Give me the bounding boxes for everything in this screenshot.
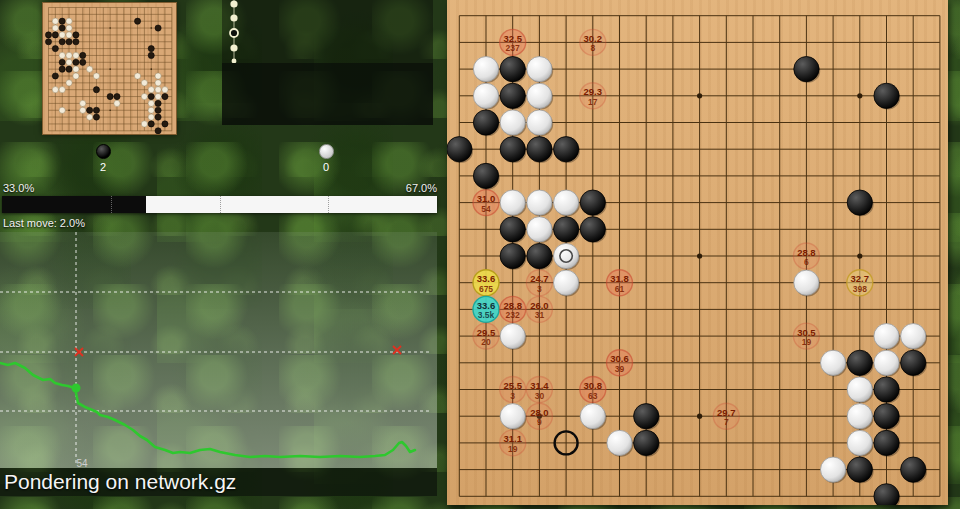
white-stone (821, 350, 847, 376)
black-stone (847, 190, 873, 216)
svg-text:3: 3 (510, 391, 515, 401)
svg-text:17: 17 (588, 97, 598, 107)
white-captures: 0 (306, 144, 346, 174)
svg-text:237: 237 (506, 43, 520, 53)
move-suggestion[interactable]: 30.519 (793, 323, 819, 349)
svg-text:7: 7 (724, 417, 729, 427)
white-stone (874, 324, 900, 350)
svg-text:29.7: 29.7 (717, 407, 736, 418)
svg-text:30.8: 30.8 (584, 380, 603, 391)
move-suggestion[interactable]: 32.7398 (847, 270, 873, 296)
white-stone (500, 190, 526, 216)
move-suggestion[interactable]: 29.317 (580, 83, 606, 109)
move-suggestion[interactable]: 24.73 (526, 270, 552, 296)
black-stone (473, 110, 499, 136)
black-stone (634, 404, 660, 430)
black-stone (500, 217, 526, 243)
move-suggestion[interactable]: 28.8232 (500, 296, 526, 322)
black-stone (527, 243, 553, 269)
svg-text:28.8: 28.8 (797, 247, 816, 258)
svg-text:28.0: 28.0 (530, 407, 549, 418)
winrate-bar (2, 196, 437, 213)
svg-text:33.6: 33.6 (477, 273, 496, 284)
winrate-tick (328, 196, 329, 213)
move-number-label: 54 (76, 458, 88, 468)
svg-text:232: 232 (506, 310, 520, 320)
move-suggestion[interactable]: 30.28 (580, 29, 606, 55)
black-stone (874, 404, 900, 430)
svg-text:19: 19 (802, 337, 812, 347)
move-suggestion[interactable]: 33.63.5k (473, 296, 499, 322)
black-stone (554, 137, 580, 163)
white-stone-icon (319, 144, 334, 159)
black-stone (500, 83, 526, 109)
go-board[interactable]: 32.523730.2829.31731.05428.8633.667524.7… (447, 0, 948, 505)
comment-panel (222, 63, 433, 125)
white-stone (527, 83, 553, 109)
svg-text:31.1: 31.1 (503, 433, 522, 444)
move-suggestion[interactable]: 26.031 (526, 296, 552, 322)
black-stone (634, 430, 660, 456)
white-stone (500, 404, 526, 430)
svg-text:30: 30 (535, 391, 545, 401)
black-stone (847, 350, 873, 376)
black-stone (500, 243, 526, 269)
svg-text:30.6: 30.6 (610, 353, 629, 364)
move-tree-node (230, 0, 237, 7)
move-tree-node (230, 44, 237, 51)
svg-text:39: 39 (615, 364, 625, 374)
black-stone (794, 57, 820, 83)
status-text: Pondering on network.gz (4, 470, 236, 493)
winrate-tick (220, 196, 221, 213)
red-x-marker (393, 346, 401, 354)
variation-preview-board (42, 2, 177, 135)
svg-text:398: 398 (853, 284, 867, 294)
winrate-graph-svg: 54 (0, 232, 437, 468)
svg-text:30.2: 30.2 (584, 33, 603, 44)
winrate-graph[interactable]: 54 (0, 232, 437, 468)
white-stone (554, 190, 580, 216)
white-stone (554, 243, 580, 269)
black-stone (874, 430, 900, 456)
white-stone (847, 430, 873, 456)
black-winrate-label: 33.0% (3, 182, 34, 194)
move-suggestion[interactable]: 30.639 (607, 350, 633, 376)
move-suggestion[interactable]: 31.430 (526, 377, 552, 403)
move-suggestion[interactable]: 29.520 (473, 323, 499, 349)
black-captures: 2 (83, 144, 123, 174)
black-stone (580, 217, 606, 243)
svg-text:31.8: 31.8 (610, 273, 629, 284)
winrate-tick (111, 196, 112, 213)
svg-text:26.0: 26.0 (530, 300, 549, 311)
white-capture-count: 0 (306, 161, 346, 174)
svg-text:29.3: 29.3 (584, 86, 603, 97)
white-winrate-label: 67.0% (406, 182, 437, 194)
svg-text:31.4: 31.4 (530, 380, 549, 391)
white-stone (527, 217, 553, 243)
app-window: 2 0 33.0% 67.0% Last move: 2.0% 54 Ponde… (0, 0, 960, 509)
last-move-delta-label: Last move: 2.0% (3, 217, 85, 229)
white-stone (473, 83, 499, 109)
svg-text:3: 3 (537, 284, 542, 294)
winrate-black-fill (2, 196, 146, 213)
move-suggestion[interactable]: 28.86 (793, 243, 819, 269)
black-stone (874, 377, 900, 403)
move-suggestion[interactable]: 31.119 (500, 430, 526, 456)
black-stone (527, 137, 553, 163)
white-stone (527, 57, 553, 83)
white-stone (527, 110, 553, 136)
svg-text:32.5: 32.5 (503, 33, 522, 44)
svg-text:19: 19 (508, 444, 518, 454)
move-suggestion[interactable]: 32.5237 (500, 29, 526, 55)
black-stone (554, 217, 580, 243)
black-stone (901, 350, 927, 376)
black-stone (500, 57, 526, 83)
move-suggestion[interactable]: 29.77 (713, 403, 739, 429)
black-stone (847, 457, 873, 483)
move-suggestion[interactable]: 31.861 (607, 270, 633, 296)
winrate-line (0, 363, 415, 457)
svg-text:33.6: 33.6 (477, 300, 496, 311)
move-tree-current-node (230, 29, 238, 37)
black-stone (500, 137, 526, 163)
white-stone (847, 404, 873, 430)
svg-text:32.7: 32.7 (851, 273, 870, 284)
black-stone-icon (96, 144, 111, 159)
white-stone (554, 270, 580, 296)
black-stone (874, 83, 900, 109)
svg-text:25.5: 25.5 (503, 380, 522, 391)
move-suggestion[interactable]: 28.09 (526, 403, 552, 429)
white-stone (527, 190, 553, 216)
svg-text:28.8: 28.8 (503, 300, 522, 311)
svg-text:63: 63 (588, 391, 598, 401)
white-stone (580, 404, 606, 430)
svg-text:30.5: 30.5 (797, 327, 816, 338)
white-stone (821, 457, 847, 483)
white-stone (607, 430, 633, 456)
svg-text:29.5: 29.5 (477, 327, 496, 338)
go-board-svg: 32.523730.2829.31731.05428.8633.667524.7… (447, 0, 948, 505)
svg-text:6: 6 (804, 257, 809, 267)
white-stone (794, 270, 820, 296)
svg-text:9: 9 (537, 417, 542, 427)
black-stone (447, 137, 473, 163)
move-tree-svg (222, 0, 433, 63)
white-stone (473, 57, 499, 83)
svg-text:61: 61 (615, 284, 625, 294)
move-tree-panel[interactable] (222, 0, 433, 63)
black-stone (473, 163, 499, 189)
white-stone (874, 350, 900, 376)
svg-text:20: 20 (481, 337, 491, 347)
variation-board-svg (43, 3, 176, 134)
svg-text:31.0: 31.0 (477, 193, 496, 204)
white-stone (500, 324, 526, 350)
white-stone (500, 110, 526, 136)
black-stone (580, 190, 606, 216)
svg-text:675: 675 (479, 284, 493, 294)
white-stone (847, 377, 873, 403)
black-stone (874, 484, 900, 505)
svg-text:8: 8 (590, 43, 595, 53)
status-bar: Pondering on network.gz (0, 468, 437, 496)
black-stone (901, 457, 927, 483)
current-move-dot (72, 384, 81, 393)
svg-text:24.7: 24.7 (530, 273, 549, 284)
move-tree-node (230, 14, 237, 21)
svg-text:54: 54 (481, 204, 491, 214)
move-suggestion[interactable]: 25.53 (500, 377, 526, 403)
white-stone (901, 324, 927, 350)
move-suggestion[interactable]: 31.054 (473, 190, 499, 216)
svg-text:31: 31 (535, 310, 545, 320)
move-suggestion[interactable]: 33.6675 (473, 270, 499, 296)
move-suggestion[interactable]: 30.863 (580, 377, 606, 403)
svg-text:3.5k: 3.5k (478, 310, 495, 320)
black-capture-count: 2 (83, 161, 123, 174)
